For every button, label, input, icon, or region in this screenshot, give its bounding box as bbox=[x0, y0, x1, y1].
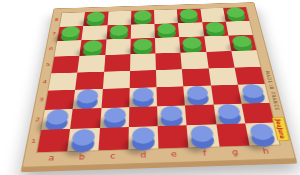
square-e6[interactable] bbox=[155, 37, 181, 53]
square-d6[interactable] bbox=[130, 38, 155, 54]
square-f2[interactable] bbox=[185, 104, 216, 125]
blue-checker-b3[interactable] bbox=[77, 89, 99, 104]
green-checker-a7[interactable] bbox=[61, 26, 81, 37]
square-g3[interactable] bbox=[211, 85, 242, 105]
file-label-a: a bbox=[35, 154, 67, 164]
blue-checker-d3[interactable] bbox=[132, 88, 153, 103]
square-b3[interactable] bbox=[73, 89, 102, 109]
square-c5[interactable] bbox=[104, 54, 130, 71]
square-f8[interactable] bbox=[177, 9, 202, 23]
square-d5[interactable] bbox=[130, 53, 156, 70]
square-c2[interactable] bbox=[99, 107, 129, 128]
square-e5[interactable] bbox=[155, 53, 182, 70]
photo-background: 87654321 abcdefgh MADE IN FRANCE JeuJura bbox=[0, 0, 300, 175]
square-e1[interactable] bbox=[158, 126, 189, 149]
square-d8[interactable] bbox=[131, 10, 155, 24]
square-b5[interactable] bbox=[78, 55, 105, 72]
square-g5[interactable] bbox=[206, 51, 234, 68]
file-label-e: e bbox=[158, 150, 189, 160]
square-e2[interactable] bbox=[157, 105, 187, 126]
blue-checker-h1[interactable] bbox=[249, 123, 275, 140]
square-f3[interactable] bbox=[184, 86, 214, 106]
square-b1[interactable] bbox=[68, 128, 100, 151]
square-f7[interactable] bbox=[178, 22, 204, 37]
square-f5[interactable] bbox=[181, 52, 209, 69]
blue-checker-g2[interactable] bbox=[217, 104, 241, 120]
file-label-d: d bbox=[128, 151, 159, 161]
square-b2[interactable] bbox=[70, 108, 101, 129]
square-h2[interactable] bbox=[241, 103, 274, 124]
square-a4[interactable] bbox=[48, 72, 77, 90]
green-checker-h6[interactable] bbox=[231, 35, 252, 47]
square-c1[interactable] bbox=[98, 127, 129, 150]
square-e7[interactable] bbox=[154, 23, 179, 38]
square-f1[interactable] bbox=[187, 125, 219, 148]
square-a2[interactable] bbox=[41, 109, 73, 130]
green-checker-b8[interactable] bbox=[87, 12, 106, 23]
square-g1[interactable] bbox=[216, 124, 249, 147]
square-h3[interactable] bbox=[238, 84, 270, 104]
square-h8[interactable] bbox=[223, 7, 249, 21]
square-f6[interactable] bbox=[179, 37, 206, 53]
square-d4[interactable] bbox=[129, 70, 156, 88]
file-label-b: b bbox=[66, 153, 98, 163]
blue-checker-f3[interactable] bbox=[187, 86, 209, 101]
green-checker-f6[interactable] bbox=[182, 37, 202, 49]
square-g6[interactable] bbox=[204, 36, 231, 52]
square-d3[interactable] bbox=[129, 87, 157, 107]
square-h4[interactable] bbox=[234, 66, 264, 84]
file-label-h: h bbox=[250, 147, 283, 157]
green-checker-c7[interactable] bbox=[109, 25, 128, 36]
square-e4[interactable] bbox=[156, 69, 184, 87]
blue-checker-e2[interactable] bbox=[160, 106, 183, 122]
green-checker-f8[interactable] bbox=[180, 9, 199, 20]
square-h7[interactable] bbox=[226, 21, 253, 36]
square-b6[interactable] bbox=[80, 40, 106, 56]
blue-checker-f1[interactable] bbox=[190, 125, 214, 142]
square-b7[interactable] bbox=[82, 25, 108, 40]
square-g4[interactable] bbox=[208, 67, 237, 85]
square-g7[interactable] bbox=[202, 21, 228, 36]
square-c8[interactable] bbox=[107, 11, 131, 25]
square-c6[interactable] bbox=[105, 39, 131, 55]
square-b4[interactable] bbox=[75, 71, 103, 89]
square-f4[interactable] bbox=[182, 68, 211, 86]
square-b8[interactable] bbox=[83, 12, 108, 26]
board-grid bbox=[37, 7, 279, 152]
square-a8[interactable] bbox=[60, 12, 85, 26]
green-checker-h8[interactable] bbox=[226, 8, 246, 19]
square-a1[interactable] bbox=[37, 129, 70, 152]
file-label-g: g bbox=[219, 148, 251, 158]
blue-checker-h3[interactable] bbox=[241, 84, 265, 99]
square-c4[interactable] bbox=[102, 71, 129, 89]
square-e3[interactable] bbox=[156, 86, 185, 106]
square-e8[interactable] bbox=[154, 9, 178, 23]
board-perspective-wrapper: 87654321 abcdefgh MADE IN FRANCE JeuJura bbox=[22, 2, 297, 167]
square-a3[interactable] bbox=[45, 90, 75, 110]
square-d1[interactable] bbox=[128, 126, 158, 149]
blue-checker-c2[interactable] bbox=[103, 107, 125, 123]
green-checker-d6[interactable] bbox=[133, 38, 152, 50]
board-frame: 87654321 abcdefgh MADE IN FRANCE JeuJura bbox=[22, 2, 297, 167]
square-a5[interactable] bbox=[51, 56, 79, 73]
square-d7[interactable] bbox=[130, 24, 154, 39]
square-a6[interactable] bbox=[54, 40, 81, 56]
square-h5[interactable] bbox=[231, 50, 260, 67]
square-c7[interactable] bbox=[106, 24, 131, 39]
file-label-f: f bbox=[189, 149, 221, 159]
file-label-c: c bbox=[97, 152, 128, 162]
green-checker-b6[interactable] bbox=[83, 40, 103, 52]
square-g8[interactable] bbox=[200, 8, 226, 22]
square-a7[interactable] bbox=[57, 26, 83, 41]
square-c3[interactable] bbox=[101, 88, 129, 108]
blue-checker-b1[interactable] bbox=[72, 129, 96, 146]
square-g2[interactable] bbox=[213, 104, 245, 125]
green-checker-e7[interactable] bbox=[157, 23, 176, 34]
blue-checker-a2[interactable] bbox=[46, 109, 70, 125]
green-checker-d8[interactable] bbox=[134, 10, 152, 21]
blue-checker-d1[interactable] bbox=[132, 127, 155, 144]
square-d2[interactable] bbox=[129, 106, 158, 127]
green-checker-g7[interactable] bbox=[205, 22, 225, 33]
square-h6[interactable] bbox=[228, 35, 256, 51]
